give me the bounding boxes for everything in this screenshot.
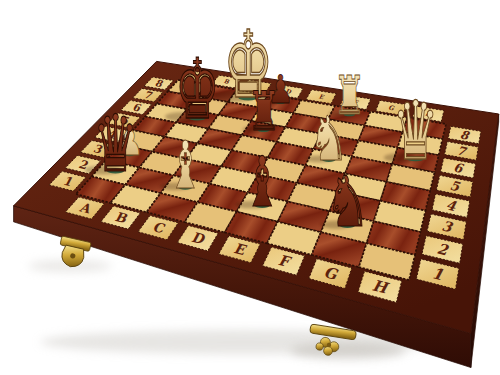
piece-black-rook-d6: ♜ — [247, 80, 280, 143]
piece-black-queen-a2: ♛ — [93, 98, 138, 190]
chess-board: AA11BB22CC33DD44EE55FF66GG77HH88♚♟♜♚♜♟♛♞… — [0, 0, 500, 375]
piece-black-king-b6: ♚ — [175, 40, 220, 137]
chess-set-photo: AA11BB22CC33DD44EE55FF66GG77HH88♚♟♜♚♜♟♛♞… — [0, 0, 500, 375]
piece-black-bishop-e2: ♝ — [244, 141, 280, 222]
piece-black-knight-g2: ♞ — [325, 160, 370, 241]
piece-white-queen-h6: ♛ — [392, 83, 438, 178]
piece-white-bishop-c2: ♝ — [168, 126, 202, 203]
board-shadow — [290, 343, 406, 359]
